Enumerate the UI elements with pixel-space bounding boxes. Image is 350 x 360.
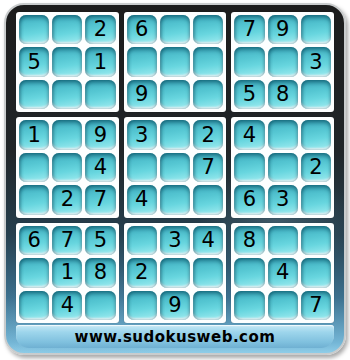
cell-r4c2[interactable] xyxy=(52,120,82,149)
cell-r8c5[interactable] xyxy=(160,258,190,287)
cell-r9c7[interactable] xyxy=(234,291,264,320)
cell-r2c2[interactable] xyxy=(52,47,82,76)
cell-r5c9: 2 xyxy=(301,153,331,182)
cell-r9c8[interactable] xyxy=(268,291,298,320)
cell-r4c7: 4 xyxy=(234,120,264,149)
cell-r5c1[interactable] xyxy=(19,153,49,182)
cell-r1c3: 2 xyxy=(85,15,115,44)
cell-r2c5[interactable] xyxy=(160,47,190,76)
cell-r7c6: 4 xyxy=(193,226,223,255)
cell-r2c6[interactable] xyxy=(193,47,223,76)
cell-r1c7: 7 xyxy=(234,15,264,44)
cell-r8c8: 4 xyxy=(268,258,298,287)
cell-r5c2[interactable] xyxy=(52,153,82,182)
cell-r2c4[interactable] xyxy=(127,47,157,76)
cell-r1c8: 9 xyxy=(268,15,298,44)
cell-r7c9[interactable] xyxy=(301,226,331,255)
cell-r4c6: 2 xyxy=(193,120,223,149)
cell-r3c1[interactable] xyxy=(19,80,49,109)
cell-r4c8[interactable] xyxy=(268,120,298,149)
cell-r4c9[interactable] xyxy=(301,120,331,149)
footer-band: www.sudokusweb.com xyxy=(16,325,334,348)
cell-r5c6: 7 xyxy=(193,153,223,182)
cell-r6c7: 6 xyxy=(234,185,264,214)
box-7: 675184 xyxy=(16,223,119,323)
cell-r7c4[interactable] xyxy=(127,226,157,255)
cell-r4c4: 3 xyxy=(127,120,157,149)
cell-r8c1[interactable] xyxy=(19,258,49,287)
cell-r3c7: 5 xyxy=(234,80,264,109)
cell-r8c4: 2 xyxy=(127,258,157,287)
cell-r3c6[interactable] xyxy=(193,80,223,109)
cell-r5c5[interactable] xyxy=(160,153,190,182)
cell-r6c4: 4 xyxy=(127,185,157,214)
board-frame: 251697935819427327442636751843429847 www… xyxy=(4,3,346,355)
box-1: 251 xyxy=(16,12,119,112)
cell-r7c3: 5 xyxy=(85,226,115,255)
cell-r1c2[interactable] xyxy=(52,15,82,44)
cell-r3c5[interactable] xyxy=(160,80,190,109)
sudoku-page: 251697935819427327442636751843429847 www… xyxy=(0,0,350,360)
cell-r8c7[interactable] xyxy=(234,258,264,287)
cell-r2c7[interactable] xyxy=(234,47,264,76)
cell-r9c9: 7 xyxy=(301,291,331,320)
box-4: 19427 xyxy=(16,117,119,217)
cell-r3c9[interactable] xyxy=(301,80,331,109)
cell-r9c5: 9 xyxy=(160,291,190,320)
cell-r7c5: 3 xyxy=(160,226,190,255)
cell-r3c3[interactable] xyxy=(85,80,115,109)
box-2: 69 xyxy=(124,12,227,112)
cell-r4c1: 1 xyxy=(19,120,49,149)
cell-r9c6[interactable] xyxy=(193,291,223,320)
cell-r1c9[interactable] xyxy=(301,15,331,44)
cell-r9c2: 4 xyxy=(52,291,82,320)
cell-r8c3: 8 xyxy=(85,258,115,287)
cell-r1c5[interactable] xyxy=(160,15,190,44)
cell-r9c4[interactable] xyxy=(127,291,157,320)
site-url-link[interactable]: www.sudokusweb.com xyxy=(75,328,276,346)
cell-r5c4[interactable] xyxy=(127,153,157,182)
cell-r6c1[interactable] xyxy=(19,185,49,214)
box-6: 4263 xyxy=(231,117,334,217)
cell-r7c2: 7 xyxy=(52,226,82,255)
cell-r5c7[interactable] xyxy=(234,153,264,182)
cell-r8c6[interactable] xyxy=(193,258,223,287)
cell-r6c6[interactable] xyxy=(193,185,223,214)
cell-r5c8[interactable] xyxy=(268,153,298,182)
cell-r6c2: 2 xyxy=(52,185,82,214)
box-9: 847 xyxy=(231,223,334,323)
cell-r2c3: 1 xyxy=(85,47,115,76)
cell-r1c1[interactable] xyxy=(19,15,49,44)
cell-r2c1: 5 xyxy=(19,47,49,76)
cell-r5c3: 4 xyxy=(85,153,115,182)
cell-r3c4: 9 xyxy=(127,80,157,109)
cell-r4c3: 9 xyxy=(85,120,115,149)
cell-r6c9[interactable] xyxy=(301,185,331,214)
cell-r4c5[interactable] xyxy=(160,120,190,149)
sudoku-board: 251697935819427327442636751843429847 xyxy=(16,12,334,323)
cell-r8c9[interactable] xyxy=(301,258,331,287)
box-5: 3274 xyxy=(124,117,227,217)
cell-r6c5[interactable] xyxy=(160,185,190,214)
cell-r6c3: 7 xyxy=(85,185,115,214)
cell-r7c1: 6 xyxy=(19,226,49,255)
cell-r6c8: 3 xyxy=(268,185,298,214)
cell-r9c1[interactable] xyxy=(19,291,49,320)
cell-r3c8: 8 xyxy=(268,80,298,109)
box-3: 79358 xyxy=(231,12,334,112)
cell-r1c4: 6 xyxy=(127,15,157,44)
box-8: 3429 xyxy=(124,223,227,323)
cell-r2c9: 3 xyxy=(301,47,331,76)
cell-r9c3[interactable] xyxy=(85,291,115,320)
cell-r7c8[interactable] xyxy=(268,226,298,255)
cell-r3c2[interactable] xyxy=(52,80,82,109)
cell-r1c6[interactable] xyxy=(193,15,223,44)
cell-r2c8[interactable] xyxy=(268,47,298,76)
cell-r7c7: 8 xyxy=(234,226,264,255)
cell-r8c2: 1 xyxy=(52,258,82,287)
